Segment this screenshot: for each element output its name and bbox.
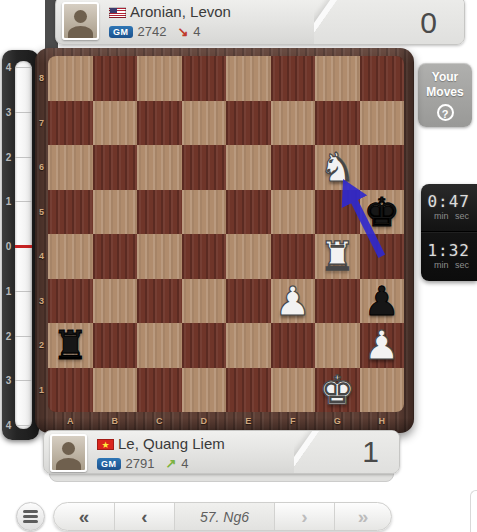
- your-moves-label-2: Moves: [426, 85, 463, 99]
- evaluation-bar: [15, 61, 32, 429]
- square-c3[interactable]: [137, 279, 182, 324]
- eval-tick: [15, 291, 32, 292]
- rating-trend-value: 4: [181, 456, 188, 471]
- square-d3[interactable]: [182, 279, 227, 324]
- score-zone: 1: [294, 431, 399, 473]
- square-a2[interactable]: ♜: [48, 323, 93, 368]
- square-e7[interactable]: [226, 101, 271, 146]
- white-knight[interactable]: ♞: [319, 145, 355, 190]
- white-rook[interactable]: ♜: [319, 234, 355, 279]
- square-g6[interactable]: ♞: [315, 145, 360, 190]
- match-score: 1: [362, 435, 379, 469]
- clock-white: 0:47 min sec: [421, 184, 477, 232]
- square-c5[interactable]: [137, 190, 182, 235]
- player-name: Le, Quang Liem: [118, 435, 225, 452]
- rating-trend-down-icon: ↘: [177, 24, 188, 39]
- square-f1[interactable]: [271, 368, 316, 413]
- us-flag-icon: [109, 7, 126, 18]
- square-f4[interactable]: [271, 234, 316, 279]
- eval-current-marker: [15, 245, 32, 248]
- eval-tick: [15, 112, 32, 113]
- chess-board-frame: ♞♚♜♟♟♜♟♚ 87654321ABCDEFGH: [35, 48, 414, 433]
- square-f5[interactable]: [271, 190, 316, 235]
- score-diagonal: [294, 431, 399, 473]
- square-h4[interactable]: [360, 234, 405, 279]
- evaluation-gauge: 432101234: [2, 50, 39, 440]
- next-move-button[interactable]: ›: [274, 503, 334, 530]
- clock-black-time: 1:32: [427, 241, 470, 260]
- eval-tick: [15, 157, 32, 158]
- current-move-label: 57. Ng6: [200, 509, 249, 525]
- rank-label-8: 8: [35, 73, 48, 83]
- square-a7[interactable]: [48, 101, 93, 146]
- your-moves-button[interactable]: Your Moves ?: [418, 63, 472, 127]
- square-a6[interactable]: [48, 145, 93, 190]
- clock-panel: 0:47 min sec 1:32 min sec: [421, 184, 477, 281]
- white-king[interactable]: ♚: [319, 368, 355, 413]
- square-a4[interactable]: [48, 234, 93, 279]
- min-label: min: [434, 260, 449, 270]
- eval-tick: [15, 67, 32, 68]
- hamburger-icon: [23, 510, 38, 513]
- square-h1[interactable]: [360, 368, 405, 413]
- square-d8[interactable]: [182, 56, 227, 101]
- sec-label: sec: [455, 211, 469, 221]
- eval-scale-4: 0: [3, 241, 14, 252]
- file-label-f: F: [271, 416, 316, 426]
- square-g2[interactable]: [315, 323, 360, 368]
- square-b7[interactable]: [93, 101, 138, 146]
- score-diagonal: [314, 0, 464, 44]
- square-d1[interactable]: [182, 368, 227, 413]
- square-d2[interactable]: [182, 323, 227, 368]
- black-pawn[interactable]: ♟: [364, 279, 400, 324]
- square-e2[interactable]: [226, 323, 271, 368]
- square-a1[interactable]: [48, 368, 93, 413]
- square-b8[interactable]: [93, 56, 138, 101]
- square-e3[interactable]: [226, 279, 271, 324]
- square-g4[interactable]: ♜: [315, 234, 360, 279]
- last-move-icon: »: [358, 503, 369, 530]
- square-f3[interactable]: ♟: [271, 279, 316, 324]
- rank-label-4: 4: [35, 251, 48, 261]
- square-d5[interactable]: [182, 190, 227, 235]
- eval-tick: [15, 336, 32, 337]
- black-rook[interactable]: ♜: [52, 323, 88, 368]
- hidden-panel-edge: [470, 490, 477, 532]
- move-navigation-bar: « ‹ 57. Ng6 › »: [53, 502, 392, 531]
- square-f7[interactable]: [271, 101, 316, 146]
- player-rating: 2791: [126, 456, 155, 471]
- square-h2[interactable]: ♟: [360, 323, 405, 368]
- square-c4[interactable]: [137, 234, 182, 279]
- square-b2[interactable]: [93, 323, 138, 368]
- match-score: 0: [420, 6, 437, 40]
- title-badge: GM: [97, 458, 121, 470]
- player-photo: [50, 434, 87, 472]
- your-moves-label-1: Your: [432, 70, 458, 84]
- square-f6[interactable]: [271, 145, 316, 190]
- square-d4[interactable]: [182, 234, 227, 279]
- square-b6[interactable]: [93, 145, 138, 190]
- eval-tick: [15, 425, 32, 426]
- square-b4[interactable]: [93, 234, 138, 279]
- square-a5[interactable]: [48, 190, 93, 235]
- square-h5[interactable]: ♚: [360, 190, 405, 235]
- title-badge: GM: [109, 26, 133, 38]
- file-label-c: C: [137, 416, 182, 426]
- square-c1[interactable]: [137, 368, 182, 413]
- clock-black: 1:32 min sec: [421, 233, 477, 281]
- square-d6[interactable]: [182, 145, 227, 190]
- rank-label-5: 5: [35, 207, 48, 217]
- square-g8[interactable]: [315, 56, 360, 101]
- player-photo: [62, 2, 99, 40]
- square-f2[interactable]: [271, 323, 316, 368]
- square-h8[interactable]: [360, 56, 405, 101]
- eval-scale-7: 3: [3, 375, 14, 386]
- broadcast-app: Aronian, Levon GM 2742 ↘ 4 0 432101234 ♞…: [0, 0, 477, 532]
- player-rating: 2742: [138, 24, 167, 39]
- square-c6[interactable]: [137, 145, 182, 190]
- white-pawn[interactable]: ♟: [275, 279, 311, 324]
- square-h3[interactable]: ♟: [360, 279, 405, 324]
- square-e1[interactable]: [226, 368, 271, 413]
- clock-white-time: 0:47: [427, 192, 470, 211]
- current-move-display: 57. Ng6: [174, 503, 274, 530]
- square-b1[interactable]: [93, 368, 138, 413]
- square-g3[interactable]: [315, 279, 360, 324]
- go-to-end-button[interactable]: »: [334, 503, 391, 530]
- black-king[interactable]: ♚: [364, 190, 400, 235]
- square-e6[interactable]: [226, 145, 271, 190]
- menu-button[interactable]: [16, 502, 45, 531]
- eval-scale-2: 2: [3, 151, 14, 162]
- go-to-start-button[interactable]: «: [54, 503, 114, 530]
- sec-label: sec: [455, 260, 469, 270]
- rank-label-2: 2: [35, 340, 48, 350]
- player-name: Aronian, Levon: [130, 3, 231, 20]
- square-d7[interactable]: [182, 101, 227, 146]
- eval-tick: [15, 380, 32, 381]
- square-f8[interactable]: [271, 56, 316, 101]
- rank-label-3: 3: [35, 296, 48, 306]
- file-label-b: B: [93, 416, 138, 426]
- eval-tick: [15, 201, 32, 202]
- square-b5[interactable]: [93, 190, 138, 235]
- eval-scale-3: 1: [3, 196, 14, 207]
- square-e5[interactable]: [226, 190, 271, 235]
- square-h6[interactable]: [360, 145, 405, 190]
- square-g1[interactable]: ♚: [315, 368, 360, 413]
- score-zone: 0: [314, 0, 464, 44]
- square-e8[interactable]: [226, 56, 271, 101]
- help-question-icon: ?: [437, 104, 454, 121]
- square-a3[interactable]: [48, 279, 93, 324]
- file-label-g: G: [315, 416, 360, 426]
- eval-scale-6: 2: [3, 330, 14, 341]
- file-label-a: A: [48, 416, 93, 426]
- square-a8[interactable]: [48, 56, 93, 101]
- previous-move-button[interactable]: ‹: [114, 503, 174, 530]
- chess-board[interactable]: ♞♚♜♟♟♜♟♚: [48, 56, 404, 412]
- rating-trend-up-icon: ↗: [165, 456, 176, 471]
- rank-label-1: 1: [35, 385, 48, 395]
- next-move-icon: ›: [301, 503, 307, 530]
- eval-scale-0: 4: [3, 62, 14, 73]
- first-move-icon: «: [79, 503, 90, 530]
- rating-trend-value: 4: [193, 24, 200, 39]
- square-c2[interactable]: [137, 323, 182, 368]
- player-card-top: Aronian, Levon GM 2742 ↘ 4 0: [55, 0, 465, 45]
- file-label-h: H: [360, 416, 405, 426]
- player-card-bottom: Le, Quang Liem GM 2791 ↗ 4 1: [43, 430, 400, 474]
- square-g7[interactable]: [315, 101, 360, 146]
- rank-label-6: 6: [35, 162, 48, 172]
- eval-scale-1: 3: [3, 106, 14, 117]
- vietnam-flag-icon: [97, 439, 114, 450]
- square-e4[interactable]: [226, 234, 271, 279]
- min-label: min: [434, 211, 449, 221]
- white-pawn[interactable]: ♟: [364, 323, 400, 368]
- eval-scale-8: 4: [3, 420, 14, 431]
- square-b3[interactable]: [93, 279, 138, 324]
- square-h7[interactable]: [360, 101, 405, 146]
- square-c7[interactable]: [137, 101, 182, 146]
- file-label-e: E: [226, 416, 271, 426]
- square-g5[interactable]: [315, 190, 360, 235]
- file-label-d: D: [182, 416, 227, 426]
- rank-label-7: 7: [35, 118, 48, 128]
- eval-scale-5: 1: [3, 285, 14, 296]
- square-c8[interactable]: [137, 56, 182, 101]
- previous-move-icon: ‹: [141, 503, 147, 530]
